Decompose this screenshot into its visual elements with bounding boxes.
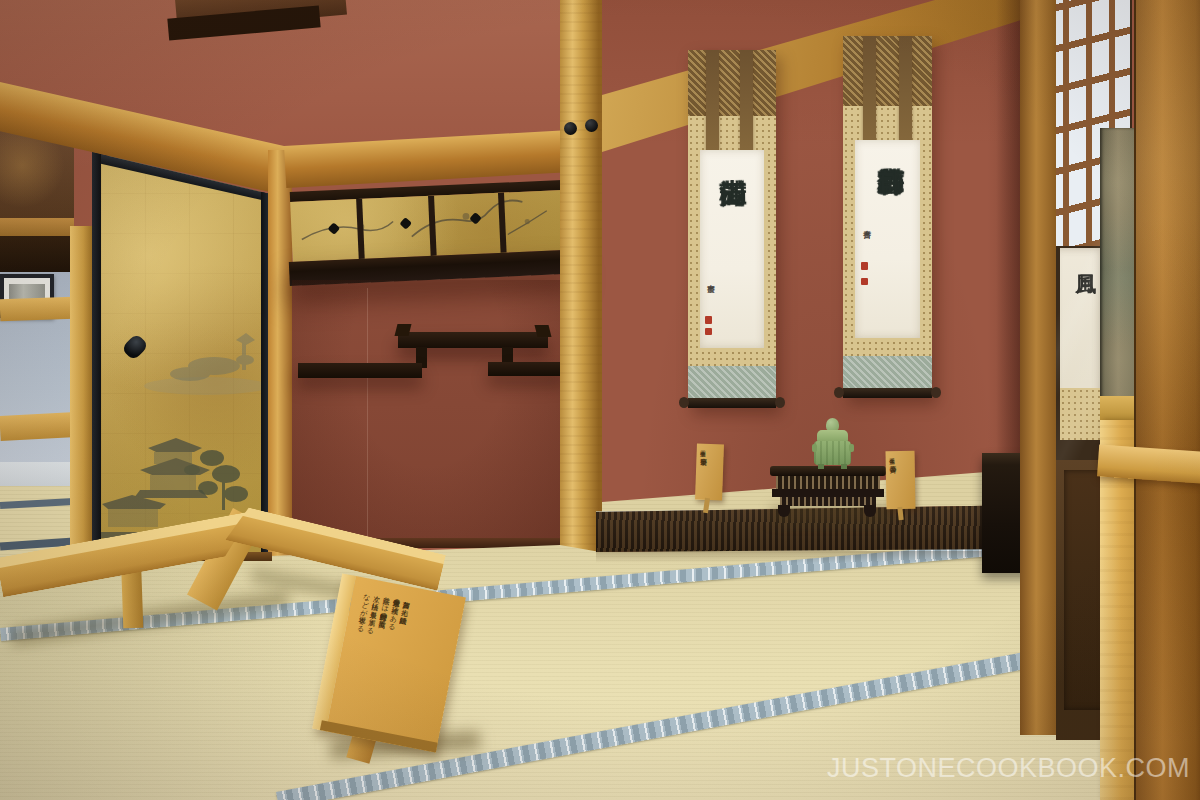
fusuma-frame-left: [92, 148, 101, 564]
scroll-roller-knob: [679, 397, 689, 408]
staggered-shelf-left: [298, 363, 422, 378]
pillar-center: [560, 0, 602, 554]
scroll-brocade-bottom: [843, 356, 932, 390]
beam-floor-shadow: [596, 551, 1036, 563]
scroll-paper: 江山満芳樹 慶寧書: [700, 150, 764, 348]
placard-text: 十四代藩主 慶寧公筆: [697, 447, 706, 497]
hanging-scroll-right: 梅蕊香満郁 斉泰書: [843, 36, 932, 398]
scroll-futai: [740, 50, 753, 154]
placard-text: 十三代藩主 斉泰公筆: [888, 454, 897, 506]
scroll-futai: [863, 36, 876, 144]
alcove-interior-shade: [292, 280, 564, 546]
scroll-roller-knob: [775, 397, 785, 408]
burner-body: [814, 441, 851, 465]
alcove-wall-seam: [367, 288, 368, 538]
seal-stamp: [861, 278, 868, 285]
scroll-calligraphy: 梅蕊香満郁: [870, 146, 909, 335]
seal-stamp: [705, 328, 712, 335]
scroll-brocade-top: [688, 50, 776, 116]
display-stand: [768, 464, 888, 514]
nail-cover-icon: [564, 122, 577, 135]
scroll-futai: [899, 36, 912, 144]
scroll-paper: 梅蕊香満郁 斉泰書: [855, 140, 920, 338]
scroll-futai: [706, 50, 719, 154]
scroll-brocade-bottom: [688, 366, 776, 400]
placard-left: 十四代藩主 慶寧公筆: [695, 444, 724, 501]
staggered-shelf-lip: [535, 325, 552, 337]
incense-burner: [810, 416, 854, 468]
hanging-scroll-left: 江山満芳樹 慶寧書: [688, 50, 776, 408]
railing-bar: [0, 412, 77, 441]
scroll-roller: [688, 398, 776, 408]
scroll-roller-knob: [931, 387, 941, 398]
placard-right: 十三代藩主 斉泰公筆: [885, 451, 915, 509]
door-frame-stile: [1020, 0, 1056, 735]
staggered-shelf-right: [488, 362, 566, 376]
photo-japanese-tatami-room: 江山満芳樹 慶寧書 梅蕊香満郁 斉泰書: [0, 0, 1200, 800]
pillar-right: [1134, 0, 1200, 800]
watermark: JUSTONECOOKBOOK.COM: [827, 753, 1190, 784]
tokonoma-top-beam: [602, 0, 1040, 160]
seal-stamp: [705, 316, 712, 324]
nail-cover-icon: [585, 119, 598, 132]
railing-post: [70, 226, 92, 562]
adjacent-room-baseboard: [0, 462, 74, 488]
scroll-roller: [843, 388, 932, 398]
staggered-shelf-lip: [395, 324, 412, 336]
railing-bar: [0, 297, 74, 322]
fusuma-gold-door: [92, 148, 270, 564]
staggered-shelf-upper: [398, 332, 548, 348]
door-stile: [268, 150, 292, 562]
scroll-calligraphy: 江山満芳樹: [714, 158, 753, 343]
adjacent-room-lintel: [0, 218, 74, 238]
seal-stamp: [861, 262, 868, 270]
adjacent-room-beam: [0, 236, 74, 274]
scroll-roller-knob: [834, 387, 844, 398]
scroll-brocade-top: [843, 36, 932, 106]
